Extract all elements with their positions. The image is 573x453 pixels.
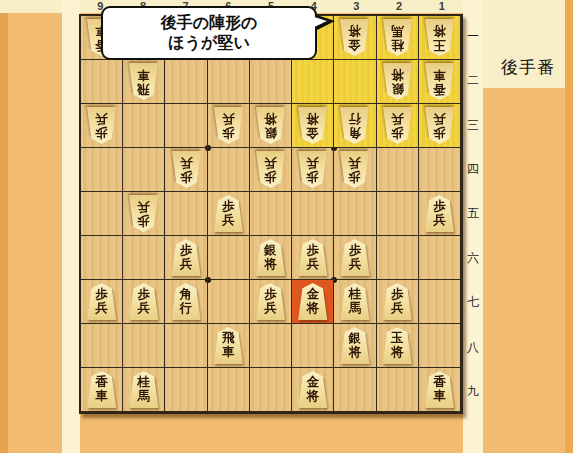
square-7-3[interactable] (165, 104, 207, 148)
square-1-7[interactable] (419, 280, 461, 324)
square-6-2[interactable] (208, 60, 250, 104)
piece-face-銀将: 銀将 (255, 107, 286, 144)
square-3-3[interactable]: 角行 (334, 104, 376, 148)
square-9-3[interactable]: 歩兵 (81, 104, 123, 148)
square-4-2[interactable] (292, 60, 334, 104)
square-8-9[interactable]: 桂馬 (123, 368, 165, 412)
square-2-4[interactable] (377, 148, 419, 192)
row-label-9: 九 (464, 370, 482, 414)
square-4-9[interactable]: 金将 (292, 368, 334, 412)
piece-face-銀将: 銀将 (382, 63, 413, 100)
square-9-9[interactable]: 香車 (81, 368, 123, 412)
square-4-7[interactable]: 金将 (292, 280, 334, 324)
piece-sente-3-7[interactable]: 桂馬 (339, 283, 370, 320)
piece-sente-1-9[interactable]: 香車 (424, 371, 455, 408)
square-7-8[interactable] (165, 324, 207, 368)
square-1-9[interactable]: 香車 (419, 368, 461, 412)
piece-gote-4-4[interactable]: 歩兵 (297, 151, 328, 188)
square-5-2[interactable] (250, 60, 292, 104)
square-3-6[interactable]: 歩兵 (334, 236, 376, 280)
piece-face-金将: 金将 (297, 283, 328, 320)
square-3-8[interactable]: 銀将 (334, 324, 376, 368)
piece-face-歩兵: 歩兵 (171, 239, 202, 276)
piece-face-歩兵: 歩兵 (128, 195, 159, 232)
square-2-7[interactable]: 歩兵 (377, 280, 419, 324)
square-1-6[interactable] (419, 236, 461, 280)
background-stripe (62, 0, 80, 453)
piece-face-歩兵: 歩兵 (382, 107, 413, 144)
square-8-8[interactable] (123, 324, 165, 368)
square-1-3[interactable]: 歩兵 (419, 104, 461, 148)
square-2-5[interactable] (377, 192, 419, 236)
piece-face-歩兵: 歩兵 (382, 283, 413, 320)
piece-face-銀将: 銀将 (255, 239, 286, 276)
piece-gote-6-3[interactable]: 歩兵 (213, 107, 244, 144)
square-6-4[interactable] (208, 148, 250, 192)
piece-face-香車: 香車 (86, 371, 117, 408)
row-label-8: 八 (464, 325, 482, 369)
piece-gote-5-3[interactable]: 銀将 (255, 107, 286, 144)
row-label-7: 七 (464, 281, 482, 325)
square-5-8[interactable] (250, 324, 292, 368)
piece-face-飛車: 飛車 (213, 327, 244, 364)
piece-face-金将: 金将 (339, 19, 370, 56)
piece-face-歩兵: 歩兵 (424, 107, 455, 144)
square-4-4[interactable]: 歩兵 (292, 148, 334, 192)
piece-gote-2-3[interactable]: 歩兵 (382, 107, 413, 144)
square-7-6[interactable]: 歩兵 (165, 236, 207, 280)
piece-sente-4-6[interactable]: 歩兵 (297, 239, 328, 276)
piece-gote-3-3[interactable]: 角行 (339, 107, 370, 144)
piece-gote-9-3[interactable]: 歩兵 (86, 107, 117, 144)
square-6-3[interactable]: 歩兵 (208, 104, 250, 148)
piece-sente-8-7[interactable]: 歩兵 (128, 283, 159, 320)
square-4-8[interactable] (292, 324, 334, 368)
shogi-board[interactable]: 香車金将桂馬王将飛車銀将香車歩兵歩兵銀将金将角行歩兵歩兵歩兵歩兵歩兵歩兵歩兵歩兵… (79, 14, 463, 414)
square-6-9[interactable] (208, 368, 250, 412)
square-2-6[interactable] (377, 236, 419, 280)
square-6-5[interactable]: 歩兵 (208, 192, 250, 236)
piece-sente-2-7[interactable]: 歩兵 (382, 283, 413, 320)
piece-sente-9-7[interactable]: 歩兵 (86, 283, 117, 320)
square-4-3[interactable]: 金将 (292, 104, 334, 148)
square-2-2[interactable]: 銀将 (377, 60, 419, 104)
piece-sente-9-9[interactable]: 香車 (86, 371, 117, 408)
square-6-7[interactable] (208, 280, 250, 324)
square-9-4[interactable] (81, 148, 123, 192)
piece-face-歩兵: 歩兵 (297, 151, 328, 188)
piece-gote-3-1[interactable]: 金将 (339, 19, 370, 56)
piece-gote-7-4[interactable]: 歩兵 (171, 151, 202, 188)
square-5-6[interactable]: 銀将 (250, 236, 292, 280)
square-7-4[interactable]: 歩兵 (165, 148, 207, 192)
column-label-1: 1 (420, 0, 463, 13)
piece-sente-7-7[interactable]: 角行 (171, 283, 202, 320)
piece-sente-6-5[interactable]: 歩兵 (213, 195, 244, 232)
piece-gote-8-5[interactable]: 歩兵 (128, 195, 159, 232)
piece-sente-1-5[interactable]: 歩兵 (424, 195, 455, 232)
piece-sente-6-8[interactable]: 飛車 (213, 327, 244, 364)
piece-gote-1-1[interactable]: 王将 (424, 19, 455, 56)
square-3-5[interactable] (334, 192, 376, 236)
square-5-5[interactable] (250, 192, 292, 236)
piece-sente-2-8[interactable]: 玉将 (382, 327, 413, 364)
square-7-5[interactable] (165, 192, 207, 236)
square-6-6[interactable] (208, 236, 250, 280)
piece-face-香車: 香車 (424, 371, 455, 408)
piece-face-桂馬: 桂馬 (339, 283, 370, 320)
square-5-3[interactable]: 銀将 (250, 104, 292, 148)
piece-gote-1-2[interactable]: 香車 (424, 63, 455, 100)
piece-face-歩兵: 歩兵 (339, 239, 370, 276)
speech-bubble: 後手の陣形の ほうが堅い (101, 6, 317, 60)
piece-sente-5-7[interactable]: 歩兵 (255, 283, 286, 320)
background-stripe (0, 0, 8, 453)
square-8-2[interactable]: 飛車 (123, 60, 165, 104)
piece-sente-4-9[interactable]: 金将 (297, 371, 328, 408)
square-2-8[interactable]: 玉将 (377, 324, 419, 368)
square-1-8[interactable] (419, 324, 461, 368)
square-3-9[interactable] (334, 368, 376, 412)
piece-face-歩兵: 歩兵 (86, 107, 117, 144)
square-9-8[interactable] (81, 324, 123, 368)
square-5-4[interactable]: 歩兵 (250, 148, 292, 192)
piece-face-王将: 王将 (424, 19, 455, 56)
square-5-7[interactable]: 歩兵 (250, 280, 292, 324)
piece-face-歩兵: 歩兵 (213, 107, 244, 144)
square-3-2[interactable] (334, 60, 376, 104)
row-label-5: 五 (464, 192, 482, 236)
piece-gote-8-2[interactable]: 飛車 (128, 63, 159, 100)
square-5-9[interactable] (250, 368, 292, 412)
piece-face-歩兵: 歩兵 (255, 151, 286, 188)
piece-gote-2-2[interactable]: 銀将 (382, 63, 413, 100)
square-7-9[interactable] (165, 368, 207, 412)
square-7-7[interactable]: 角行 (165, 280, 207, 324)
piece-face-桂馬: 桂馬 (128, 371, 159, 408)
piece-face-歩兵: 歩兵 (128, 283, 159, 320)
speech-bubble-line1: 後手の陣形の (161, 13, 258, 33)
square-4-6[interactable]: 歩兵 (292, 236, 334, 280)
piece-face-歩兵: 歩兵 (339, 151, 370, 188)
square-8-5[interactable]: 歩兵 (123, 192, 165, 236)
turn-indicator: 後手番 (501, 56, 555, 79)
square-4-5[interactable] (292, 192, 334, 236)
square-8-3[interactable] (123, 104, 165, 148)
speech-bubble-tail (308, 15, 327, 30)
row-label-6: 六 (464, 236, 482, 280)
row-label-2: 二 (464, 58, 482, 102)
square-2-1[interactable]: 桂馬 (377, 16, 419, 60)
speech-bubble-line2: ほうが堅い (168, 33, 250, 53)
square-3-4[interactable]: 歩兵 (334, 148, 376, 192)
piece-face-金将: 金将 (297, 107, 328, 144)
column-label-2: 2 (378, 0, 421, 13)
square-8-7[interactable]: 歩兵 (123, 280, 165, 324)
piece-sente-7-6[interactable]: 歩兵 (171, 239, 202, 276)
row-labels: 一二三四五六七八九 (464, 14, 482, 414)
piece-face-桂馬: 桂馬 (382, 19, 413, 56)
piece-face-香車: 香車 (424, 63, 455, 100)
piece-face-歩兵: 歩兵 (424, 195, 455, 232)
square-7-2[interactable] (165, 60, 207, 104)
piece-sente-8-9[interactable]: 桂馬 (128, 371, 159, 408)
piece-face-歩兵: 歩兵 (171, 151, 202, 188)
piece-gote-3-4[interactable]: 歩兵 (339, 151, 370, 188)
piece-sente-5-6[interactable]: 銀将 (255, 239, 286, 276)
piece-sente-3-8[interactable]: 銀将 (339, 327, 370, 364)
row-label-1: 一 (464, 14, 482, 58)
piece-gote-5-4[interactable]: 歩兵 (255, 151, 286, 188)
piece-gote-4-3[interactable]: 金将 (297, 107, 328, 144)
square-3-7[interactable]: 桂馬 (334, 280, 376, 324)
column-label-3: 3 (335, 0, 378, 13)
piece-face-角行: 角行 (339, 107, 370, 144)
piece-gote-1-3[interactable]: 歩兵 (424, 107, 455, 144)
row-label-3: 三 (464, 103, 482, 147)
piece-sente-3-6[interactable]: 歩兵 (339, 239, 370, 276)
background-stripe (565, 0, 573, 453)
square-8-6[interactable] (123, 236, 165, 280)
piece-face-金将: 金将 (297, 371, 328, 408)
row-label-4: 四 (464, 147, 482, 191)
square-6-8[interactable]: 飛車 (208, 324, 250, 368)
piece-gote-2-1[interactable]: 桂馬 (382, 19, 413, 56)
piece-face-歩兵: 歩兵 (255, 283, 286, 320)
piece-face-角行: 角行 (171, 283, 202, 320)
square-1-2[interactable]: 香車 (419, 60, 461, 104)
square-2-3[interactable]: 歩兵 (377, 104, 419, 148)
square-8-4[interactable] (123, 148, 165, 192)
square-2-9[interactable] (377, 368, 419, 412)
square-9-2[interactable] (81, 60, 123, 104)
piece-sente-4-7[interactable]: 金将 (297, 283, 328, 320)
piece-face-歩兵: 歩兵 (86, 283, 117, 320)
piece-face-玉将: 玉将 (382, 327, 413, 364)
piece-face-歩兵: 歩兵 (213, 195, 244, 232)
square-1-1[interactable]: 王将 (419, 16, 461, 60)
piece-face-銀将: 銀将 (339, 327, 370, 364)
square-9-7[interactable]: 歩兵 (81, 280, 123, 324)
square-1-5[interactable]: 歩兵 (419, 192, 461, 236)
square-9-6[interactable] (81, 236, 123, 280)
piece-face-飛車: 飛車 (128, 63, 159, 100)
square-3-1[interactable]: 金将 (334, 16, 376, 60)
square-1-4[interactable] (419, 148, 461, 192)
square-9-5[interactable] (81, 192, 123, 236)
piece-face-歩兵: 歩兵 (297, 239, 328, 276)
